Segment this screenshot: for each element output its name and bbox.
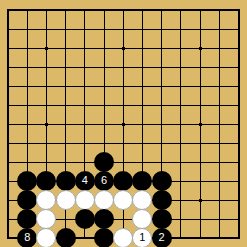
white-stone	[75, 190, 95, 210]
black-stone	[17, 209, 37, 229]
white-stone	[36, 209, 56, 229]
black-stone	[56, 228, 76, 247]
white-stone	[132, 190, 152, 210]
black-stone	[17, 171, 37, 191]
black-stone: 8	[17, 228, 37, 247]
black-stone: 4	[75, 171, 95, 191]
star-point	[199, 199, 202, 202]
white-stone	[113, 190, 133, 210]
move-number-label: 8	[24, 232, 30, 243]
go-diagram: 46812	[0, 0, 247, 247]
black-stone	[56, 171, 76, 191]
go-board: 46812	[0, 0, 247, 247]
black-stone: 6	[94, 171, 114, 191]
black-stone	[132, 171, 152, 191]
move-number-label: 6	[101, 175, 107, 186]
black-stone	[152, 209, 172, 229]
star-point	[45, 123, 48, 126]
black-stone	[17, 190, 37, 210]
grid-line-vertical	[180, 10, 181, 238]
star-point	[45, 47, 48, 50]
move-number-label: 1	[139, 232, 145, 243]
black-stone	[152, 190, 172, 210]
white-stone	[36, 228, 56, 247]
star-point	[199, 123, 202, 126]
move-number-label: 4	[82, 175, 88, 186]
black-stone	[152, 171, 172, 191]
black-stone: 2	[152, 228, 172, 247]
white-stone: 1	[132, 228, 152, 247]
black-stone	[113, 171, 133, 191]
grid-line-vertical	[219, 10, 220, 238]
star-point	[122, 47, 125, 50]
white-stone	[94, 190, 114, 210]
white-stone	[132, 209, 152, 229]
white-stone	[56, 190, 76, 210]
white-stone	[36, 190, 56, 210]
black-stone	[94, 209, 114, 229]
black-stone	[94, 228, 114, 247]
grid-line-horizontal	[8, 162, 238, 163]
star-point	[122, 123, 125, 126]
black-stone	[75, 209, 95, 229]
black-stone	[94, 152, 114, 172]
grid-line-horizontal	[8, 143, 238, 144]
star-point	[199, 47, 202, 50]
white-stone	[113, 228, 133, 247]
black-stone	[36, 171, 56, 191]
move-number-label: 2	[159, 232, 165, 243]
